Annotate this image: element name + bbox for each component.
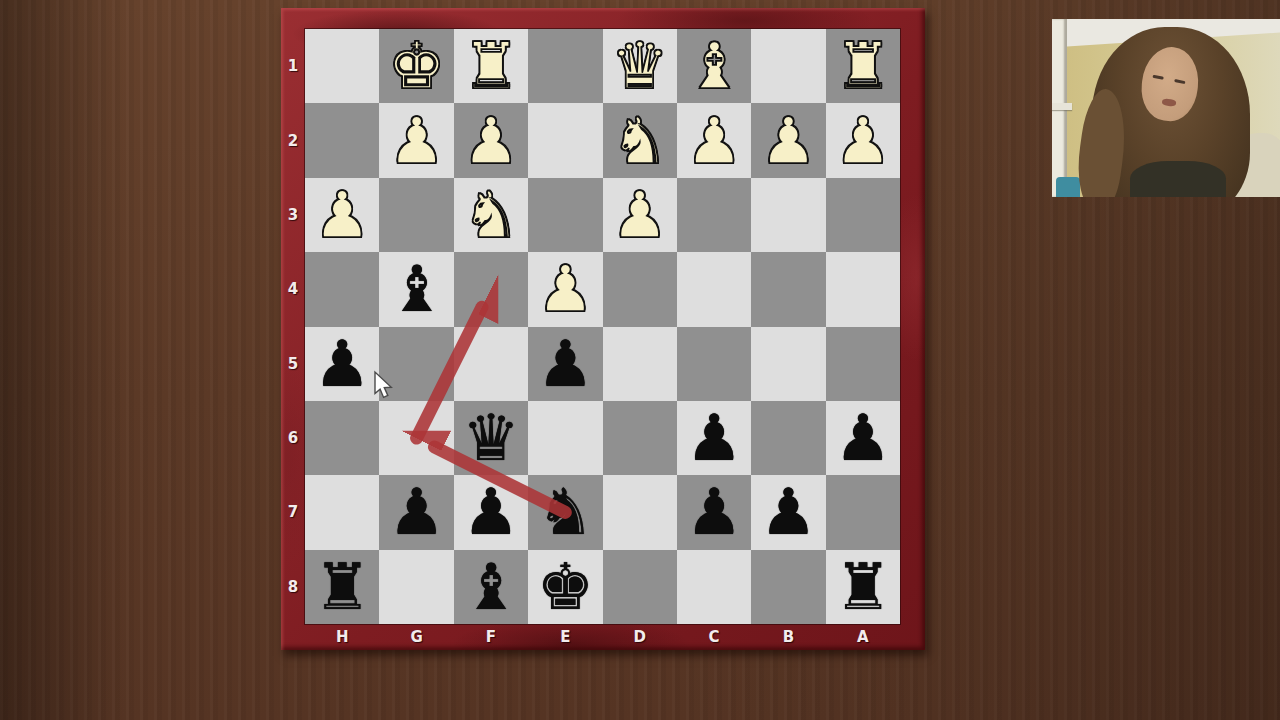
square-d4[interactable] — [603, 252, 677, 326]
square-e7[interactable]: ♞ — [528, 475, 602, 549]
square-b3[interactable] — [751, 178, 825, 252]
square-e3[interactable] — [528, 178, 602, 252]
square-a5[interactable] — [826, 327, 900, 401]
square-h7[interactable] — [305, 475, 379, 549]
webcam-chair — [1056, 177, 1080, 197]
square-a3[interactable] — [826, 178, 900, 252]
square-d8[interactable] — [603, 550, 677, 624]
rank-label-4: 4 — [281, 252, 305, 326]
square-g8[interactable] — [379, 550, 453, 624]
white-king-g1: ♚ — [388, 29, 445, 103]
desktop: { "game": "chess", "position": { "fen_pi… — [0, 0, 1280, 720]
square-h8[interactable]: ♜ — [305, 550, 379, 624]
black-bishop-f8: ♝ — [462, 550, 519, 624]
square-e1[interactable] — [528, 29, 602, 103]
square-a8[interactable]: ♜ — [826, 550, 900, 624]
rank-label-2: 2 — [281, 103, 305, 177]
square-f1[interactable]: ♜ — [454, 29, 528, 103]
white-pawn-f2: ♟ — [462, 104, 519, 178]
black-king-e8: ♚ — [537, 550, 594, 624]
white-pawn-e4: ♟ — [537, 252, 594, 326]
rank-label-1: 1 — [281, 29, 305, 103]
square-h1[interactable] — [305, 29, 379, 103]
square-h6[interactable] — [305, 401, 379, 475]
file-label-f: F — [454, 624, 528, 650]
white-bishop-c1: ♝ — [685, 29, 742, 103]
square-d6[interactable] — [603, 401, 677, 475]
square-h3[interactable]: ♟ — [305, 178, 379, 252]
square-h2[interactable] — [305, 103, 379, 177]
file-label-h: H — [305, 624, 379, 650]
webcam-person-right-eye — [1174, 79, 1185, 84]
file-label-d: D — [603, 624, 677, 650]
rank-label-5: 5 — [281, 327, 305, 401]
square-d3[interactable]: ♟ — [603, 178, 677, 252]
square-h5[interactable]: ♟ — [305, 327, 379, 401]
white-rook-a1: ♜ — [834, 29, 891, 103]
white-pawn-g2: ♟ — [388, 104, 445, 178]
white-queen-d1: ♛ — [611, 29, 668, 103]
square-c2[interactable]: ♟ — [677, 103, 751, 177]
rank-labels: 12345678 — [281, 29, 305, 624]
black-pawn-g7: ♟ — [388, 475, 445, 549]
file-label-e: E — [528, 624, 602, 650]
square-c7[interactable]: ♟ — [677, 475, 751, 549]
square-c5[interactable] — [677, 327, 751, 401]
square-g1[interactable]: ♚ — [379, 29, 453, 103]
webcam-person-mouth — [1162, 98, 1177, 106]
rank-label-3: 3 — [281, 178, 305, 252]
black-pawn-e5: ♟ — [537, 327, 594, 401]
file-label-c: C — [677, 624, 751, 650]
square-c3[interactable] — [677, 178, 751, 252]
square-e2[interactable] — [528, 103, 602, 177]
white-knight-f3: ♞ — [462, 178, 519, 252]
white-pawn-c2: ♟ — [685, 104, 742, 178]
square-c1[interactable]: ♝ — [677, 29, 751, 103]
square-a7[interactable] — [826, 475, 900, 549]
square-d5[interactable] — [603, 327, 677, 401]
square-g4[interactable]: ♝ — [379, 252, 453, 326]
black-pawn-f7: ♟ — [462, 475, 519, 549]
white-pawn-a2: ♟ — [834, 104, 891, 178]
square-f6[interactable]: ♛ — [454, 401, 528, 475]
square-c8[interactable] — [677, 550, 751, 624]
square-f5[interactable] — [454, 327, 528, 401]
black-pawn-h5: ♟ — [314, 327, 371, 401]
file-label-b: B — [751, 624, 825, 650]
white-rook-f1: ♜ — [462, 29, 519, 103]
square-a4[interactable] — [826, 252, 900, 326]
webcam-person-left-eye — [1152, 75, 1163, 80]
black-pawn-c6: ♟ — [685, 401, 742, 475]
square-e4[interactable]: ♟ — [528, 252, 602, 326]
square-b6[interactable] — [751, 401, 825, 475]
white-knight-d2: ♞ — [611, 104, 668, 178]
square-a2[interactable]: ♟ — [826, 103, 900, 177]
black-knight-e7: ♞ — [537, 475, 594, 549]
square-d1[interactable]: ♛ — [603, 29, 677, 103]
white-pawn-b2: ♟ — [760, 104, 817, 178]
black-queen-f6: ♛ — [462, 401, 519, 475]
rank-label-7: 7 — [281, 475, 305, 549]
rank-label-8: 8 — [281, 550, 305, 624]
square-f2[interactable]: ♟ — [454, 103, 528, 177]
white-pawn-h3: ♟ — [314, 178, 371, 252]
black-bishop-g4: ♝ — [388, 252, 445, 326]
black-pawn-c7: ♟ — [685, 475, 742, 549]
file-label-g: G — [379, 624, 453, 650]
square-g2[interactable]: ♟ — [379, 103, 453, 177]
square-b1[interactable] — [751, 29, 825, 103]
black-pawn-b7: ♟ — [760, 475, 817, 549]
square-g3[interactable] — [379, 178, 453, 252]
square-g6[interactable] — [379, 401, 453, 475]
square-g7[interactable]: ♟ — [379, 475, 453, 549]
square-c6[interactable]: ♟ — [677, 401, 751, 475]
square-g5[interactable] — [379, 327, 453, 401]
rank-label-6: 6 — [281, 401, 305, 475]
black-pawn-a6: ♟ — [834, 401, 891, 475]
square-e6[interactable] — [528, 401, 602, 475]
square-c4[interactable] — [677, 252, 751, 326]
square-h4[interactable] — [305, 252, 379, 326]
square-b8[interactable] — [751, 550, 825, 624]
square-f4[interactable] — [454, 252, 528, 326]
square-a1[interactable]: ♜ — [826, 29, 900, 103]
square-b2[interactable]: ♟ — [751, 103, 825, 177]
square-b4[interactable] — [751, 252, 825, 326]
square-a6[interactable]: ♟ — [826, 401, 900, 475]
black-rook-a8: ♜ — [834, 550, 891, 624]
file-label-a: A — [826, 624, 900, 650]
white-pawn-d3: ♟ — [611, 178, 668, 252]
square-f3[interactable]: ♞ — [454, 178, 528, 252]
square-d7[interactable] — [603, 475, 677, 549]
chess-board-frame: 12345678 HGFEDCBA ♚♜♛♝♜♟♟♞♟♟♟♟♞♟♝♟♟♟♛♟♟♟… — [281, 8, 925, 650]
file-labels: HGFEDCBA — [305, 624, 900, 650]
chess-board: ♚♜♛♝♜♟♟♞♟♟♟♟♞♟♝♟♟♟♛♟♟♟♟♞♟♟♜♝♚♜ — [305, 29, 900, 624]
square-f7[interactable]: ♟ — [454, 475, 528, 549]
square-e8[interactable]: ♚ — [528, 550, 602, 624]
webcam-overlay — [1052, 19, 1280, 197]
square-b5[interactable] — [751, 327, 825, 401]
webcam-person-torso — [1130, 161, 1226, 197]
square-b7[interactable]: ♟ — [751, 475, 825, 549]
square-e5[interactable]: ♟ — [528, 327, 602, 401]
square-f8[interactable]: ♝ — [454, 550, 528, 624]
square-d2[interactable]: ♞ — [603, 103, 677, 177]
black-rook-h8: ♜ — [314, 550, 371, 624]
webcam-window-bar — [1052, 103, 1072, 110]
